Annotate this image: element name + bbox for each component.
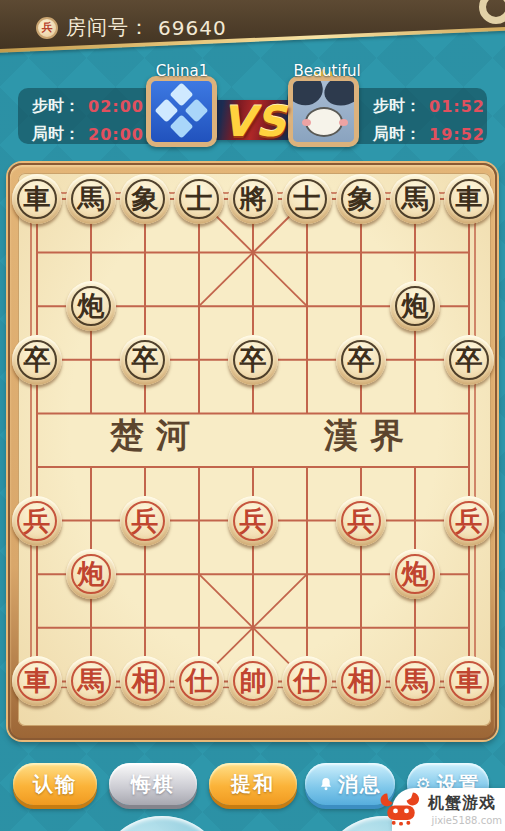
piece-red-仕[interactable]: 仕 bbox=[174, 656, 224, 706]
bubble-decor-icon bbox=[96, 816, 228, 831]
piece-black-車[interactable]: 車 bbox=[444, 174, 494, 224]
left-step-time-value: 02:00 bbox=[88, 97, 144, 116]
piece-black-炮[interactable]: 炮 bbox=[66, 281, 116, 331]
left-step-time-label: 步时： bbox=[32, 96, 80, 117]
piece-red-兵[interactable]: 兵 bbox=[120, 496, 170, 546]
piece-black-卒[interactable]: 卒 bbox=[444, 335, 494, 385]
piece-red-馬[interactable]: 馬 bbox=[390, 656, 440, 706]
river-label-chu-he: 楚河 bbox=[110, 413, 202, 459]
piece-black-車[interactable]: 車 bbox=[12, 174, 62, 224]
right-game-time-value: 19:52 bbox=[429, 125, 485, 144]
right-step-time-value: 01:52 bbox=[429, 97, 485, 116]
piece-black-象[interactable]: 象 bbox=[336, 174, 386, 224]
piece-red-相[interactable]: 相 bbox=[120, 656, 170, 706]
piece-black-士[interactable]: 士 bbox=[282, 174, 332, 224]
piece-red-炮[interactable]: 炮 bbox=[390, 549, 440, 599]
left-game-time-value: 20:00 bbox=[88, 125, 144, 144]
piece-red-帥[interactable]: 帥 bbox=[228, 656, 278, 706]
piece-red-車[interactable]: 車 bbox=[444, 656, 494, 706]
left-player-name: China1 bbox=[156, 62, 208, 80]
piece-red-馬[interactable]: 馬 bbox=[66, 656, 116, 706]
piece-black-馬[interactable]: 馬 bbox=[66, 174, 116, 224]
right-player-avatar bbox=[288, 76, 359, 147]
piece-black-卒[interactable]: 卒 bbox=[228, 335, 278, 385]
room-number: 69640 bbox=[158, 16, 227, 40]
bell-icon bbox=[318, 776, 334, 792]
right-game-time-label: 局时： bbox=[373, 124, 421, 145]
crab-logo-icon bbox=[379, 791, 423, 831]
piece-black-炮[interactable]: 炮 bbox=[390, 281, 440, 331]
piece-black-卒[interactable]: 卒 bbox=[12, 335, 62, 385]
piece-red-兵[interactable]: 兵 bbox=[228, 496, 278, 546]
piece-red-車[interactable]: 車 bbox=[12, 656, 62, 706]
piece-red-兵[interactable]: 兵 bbox=[444, 496, 494, 546]
undo-move-button[interactable]: 悔棋 bbox=[109, 763, 197, 805]
offer-draw-button[interactable]: 提和 bbox=[209, 763, 297, 805]
piece-black-卒[interactable]: 卒 bbox=[120, 335, 170, 385]
piece-red-仕[interactable]: 仕 bbox=[282, 656, 332, 706]
xiangqi-piece-icon: 兵 bbox=[36, 17, 58, 39]
piece-black-馬[interactable]: 馬 bbox=[390, 174, 440, 224]
right-step-time-label: 步时： bbox=[373, 96, 421, 117]
piece-red-相[interactable]: 相 bbox=[336, 656, 386, 706]
piece-black-卒[interactable]: 卒 bbox=[336, 335, 386, 385]
watermark-badge: 机蟹游戏 jixie5188.com bbox=[392, 788, 505, 831]
watermark-url: jixie5188.com bbox=[428, 815, 502, 826]
xiangqi-board: 楚河 漢界 車馬象士將士象馬車炮炮卒卒卒卒卒兵兵兵兵兵炮炮車馬相仕帥仕相馬車 bbox=[8, 163, 497, 740]
watermark-title: 机蟹游戏 bbox=[428, 793, 502, 814]
left-game-time-label: 局时： bbox=[32, 124, 80, 145]
piece-black-象[interactable]: 象 bbox=[120, 174, 170, 224]
river-label-han-jie: 漢界 bbox=[324, 413, 416, 459]
left-avatar-image bbox=[151, 81, 212, 142]
right-player-name: Beautiful bbox=[293, 62, 360, 80]
room-label: 房间号： bbox=[66, 14, 150, 41]
piece-black-士[interactable]: 士 bbox=[174, 174, 224, 224]
piece-red-炮[interactable]: 炮 bbox=[66, 549, 116, 599]
vs-label: VS bbox=[222, 97, 287, 146]
board-field[interactable]: 楚河 漢界 車馬象士將士象馬車炮炮卒卒卒卒卒兵兵兵兵兵炮炮車馬相仕帥仕相馬車 bbox=[18, 173, 491, 726]
left-player-avatar bbox=[146, 76, 217, 147]
piece-red-兵[interactable]: 兵 bbox=[336, 496, 386, 546]
room-info: 兵 房间号： 69640 bbox=[36, 14, 227, 41]
piece-red-兵[interactable]: 兵 bbox=[12, 496, 62, 546]
game-screen: 兵 房间号： 69640 步时： 02:00 局时： 20:00 步时： 01:… bbox=[0, 0, 505, 831]
resign-button[interactable]: 认输 bbox=[13, 763, 97, 805]
board-grid-lines bbox=[18, 173, 491, 726]
right-avatar-image bbox=[293, 81, 354, 142]
piece-black-將[interactable]: 將 bbox=[228, 174, 278, 224]
